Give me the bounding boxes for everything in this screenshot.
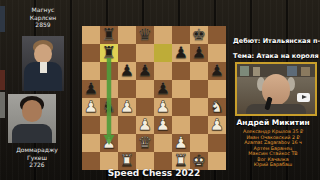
player-bottom-first-name: Доммараджу (0, 146, 74, 154)
opening-label: Дебют: Итальянская п-я (233, 37, 319, 45)
square-h5 (208, 80, 226, 98)
supporter-item: Юрий Барабаш (226, 162, 320, 168)
square-e5: ♟ (154, 80, 172, 98)
square-f4 (172, 98, 190, 116)
white-pawn-e4: ♟ (154, 98, 172, 116)
square-b2: ♟ (100, 134, 118, 152)
left-edge-sliver (0, 70, 5, 90)
black-king-g8: ♚ (190, 26, 208, 44)
square-h6: ♟ (208, 62, 226, 80)
shelf-item (287, 66, 297, 76)
square-h7 (208, 44, 226, 62)
square-d4 (136, 98, 154, 116)
shelf-item (240, 66, 249, 76)
square-a4: ♟ (82, 98, 100, 116)
black-pawn-e5: ♟ (154, 80, 172, 98)
square-d3: ♟ (136, 116, 154, 134)
square-c3 (118, 116, 136, 134)
white-knight-h4: ♞ (208, 98, 226, 116)
player-top-last-name: Карлсен (3, 14, 83, 22)
square-c5 (118, 80, 136, 98)
square-h8 (208, 26, 226, 44)
square-g2 (190, 134, 208, 152)
square-f2: ♟ (172, 134, 190, 152)
square-a2 (82, 134, 100, 152)
player-bottom-name-block: Доммараджу Гукеш 2726 (0, 146, 74, 169)
host-webcam (235, 62, 317, 116)
square-c7 (118, 44, 136, 62)
portrait-face (34, 44, 52, 64)
player-bottom-photo (8, 94, 56, 143)
square-h4: ♞ (208, 98, 226, 116)
player-top-rating: 2859 (3, 21, 83, 29)
square-e2 (154, 134, 172, 152)
black-pawn-a5: ♟ (82, 80, 100, 98)
video-thumbnail: Магнус Карлсен 2859 Доммараджу Гукеш 272… (0, 0, 320, 180)
square-e7 (154, 44, 172, 62)
black-pawn-d6: ♟ (136, 62, 154, 80)
square-f5 (172, 80, 190, 98)
portrait-face (22, 100, 42, 122)
black-pawn-g7: ♟ (190, 44, 208, 62)
white-pawn-f2: ♟ (172, 134, 190, 152)
shelf-item (301, 67, 310, 76)
portrait-shirt (12, 124, 52, 143)
player-bottom-rating: 2726 (0, 161, 74, 169)
play-button-icon[interactable] (297, 93, 310, 102)
portrait-shirt (40, 62, 47, 73)
square-d5 (136, 80, 154, 98)
chess-board: ♜♛♚♜♟♟♟♟♟♟♟♟♞♟♟♞♟♟♟♟♛♟♜♜♚ (82, 26, 226, 170)
square-a5: ♟ (82, 80, 100, 98)
black-rook-b8: ♜ (100, 26, 118, 44)
black-pawn-h6: ♟ (208, 62, 226, 80)
square-f3 (172, 116, 190, 134)
square-b7: ♜ (100, 44, 118, 62)
square-a3 (82, 116, 100, 134)
white-pawn-c4: ♟ (118, 98, 136, 116)
black-pawn-f7: ♟ (172, 44, 190, 62)
black-knight-b4: ♞ (100, 98, 118, 116)
black-pawn-c6: ♟ (118, 62, 136, 80)
square-h3: ♟ (208, 116, 226, 134)
host-name: Андрей Микитин (226, 118, 320, 127)
white-pawn-b2: ♟ (100, 134, 118, 152)
white-pawn-d3: ♟ (136, 116, 154, 134)
white-pawn-a4: ♟ (82, 98, 100, 116)
black-rook-b7: ♜ (100, 44, 118, 62)
square-c6: ♟ (118, 62, 136, 80)
square-e4: ♟ (154, 98, 172, 116)
square-g6 (190, 62, 208, 80)
square-a6 (82, 62, 100, 80)
square-g7: ♟ (190, 44, 208, 62)
square-f6 (172, 62, 190, 80)
left-edge-sliver (0, 92, 5, 118)
white-queen-d2: ♛ (136, 134, 154, 152)
square-g5 (190, 80, 208, 98)
square-c2 (118, 134, 136, 152)
square-b8: ♜ (100, 26, 118, 44)
player-top-name-block: Магнус Карлсен 2859 (3, 6, 83, 29)
square-d7 (136, 44, 154, 62)
square-b6 (100, 62, 118, 80)
square-f8 (172, 26, 190, 44)
square-e8 (154, 26, 172, 44)
square-a7 (82, 44, 100, 62)
player-bottom-last-name: Гукеш (0, 154, 74, 162)
host-shirt (246, 104, 306, 116)
white-pawn-e3: ♟ (154, 116, 172, 134)
player-top-photo (22, 36, 64, 91)
square-e6 (154, 62, 172, 80)
square-e3: ♟ (154, 116, 172, 134)
square-g8: ♚ (190, 26, 208, 44)
square-c4: ♟ (118, 98, 136, 116)
square-b5 (100, 80, 118, 98)
white-pawn-h3: ♟ (208, 116, 226, 134)
shelf-item (253, 67, 260, 76)
square-d6: ♟ (136, 62, 154, 80)
theme-label: Тема: Атака на короля (233, 52, 319, 60)
square-b3 (100, 116, 118, 134)
square-a8 (82, 26, 100, 44)
square-c8 (118, 26, 136, 44)
square-g3 (190, 116, 208, 134)
square-g4 (190, 98, 208, 116)
square-h2 (208, 134, 226, 152)
square-d8: ♛ (136, 26, 154, 44)
square-d2: ♛ (136, 134, 154, 152)
square-b4: ♞ (100, 98, 118, 116)
event-label: Speed Chess 2022 (82, 168, 226, 178)
square-f7: ♟ (172, 44, 190, 62)
supporters-list: Александр Крылов 35 ₽Иван Очаковский 2 ₽… (226, 129, 320, 168)
player-top-first-name: Магнус (3, 6, 83, 14)
black-queen-d8: ♛ (136, 26, 154, 44)
